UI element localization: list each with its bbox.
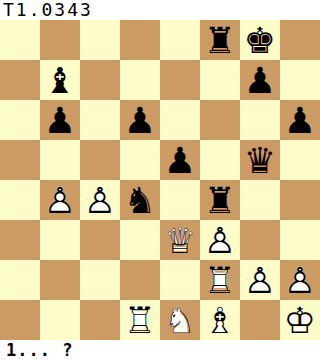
square-c6[interactable]: [80, 100, 120, 140]
black-knight-glyph: ♞: [120, 180, 160, 220]
square-f5[interactable]: [200, 140, 240, 180]
square-g4[interactable]: [240, 180, 280, 220]
white-rook-glyph: ♖: [120, 300, 160, 340]
square-g8[interactable]: ♚: [240, 20, 280, 60]
square-a2[interactable]: [0, 260, 40, 300]
piece-white-rook-f2[interactable]: ♜♖: [200, 260, 240, 300]
square-b3[interactable]: [40, 220, 80, 260]
square-g7[interactable]: ♟: [240, 60, 280, 100]
white-rook-glyph: ♖: [200, 260, 240, 300]
square-e4[interactable]: [160, 180, 200, 220]
square-f2[interactable]: ♜♖: [200, 260, 240, 300]
square-a1[interactable]: [0, 300, 40, 340]
piece-white-king-h1[interactable]: ♚♔: [280, 300, 320, 340]
square-h7[interactable]: [280, 60, 320, 100]
square-f6[interactable]: [200, 100, 240, 140]
piece-white-pawn-g2[interactable]: ♟♙: [240, 260, 280, 300]
square-g2[interactable]: ♟♙: [240, 260, 280, 300]
square-c8[interactable]: [80, 20, 120, 60]
piece-black-rook-f8[interactable]: ♜: [200, 20, 240, 60]
white-pawn-glyph: ♙: [240, 260, 280, 300]
black-rook-glyph: ♜: [200, 180, 240, 220]
square-b7[interactable]: ♝: [40, 60, 80, 100]
piece-black-pawn-d6[interactable]: ♟: [120, 100, 160, 140]
square-d2[interactable]: [120, 260, 160, 300]
black-queen-glyph: ♛: [240, 140, 280, 180]
square-a4[interactable]: [0, 180, 40, 220]
piece-white-bishop-f1[interactable]: ♝♗: [200, 300, 240, 340]
piece-black-bishop-b7[interactable]: ♝: [40, 60, 80, 100]
square-c4[interactable]: ♟♙: [80, 180, 120, 220]
white-bishop-glyph: ♗: [200, 300, 240, 340]
square-h4[interactable]: [280, 180, 320, 220]
piece-black-pawn-b6[interactable]: ♟: [40, 100, 80, 140]
square-c1[interactable]: [80, 300, 120, 340]
square-a3[interactable]: [0, 220, 40, 260]
square-e6[interactable]: [160, 100, 200, 140]
square-b2[interactable]: [40, 260, 80, 300]
square-d5[interactable]: [120, 140, 160, 180]
square-e1[interactable]: ♞♘: [160, 300, 200, 340]
square-f4[interactable]: ♜: [200, 180, 240, 220]
square-d3[interactable]: [120, 220, 160, 260]
piece-white-knight-e1[interactable]: ♞♘: [160, 300, 200, 340]
white-pawn-glyph: ♙: [80, 180, 120, 220]
square-b5[interactable]: [40, 140, 80, 180]
square-e8[interactable]: [160, 20, 200, 60]
square-g3[interactable]: [240, 220, 280, 260]
square-a8[interactable]: [0, 20, 40, 60]
piece-black-king-g8[interactable]: ♚: [240, 20, 280, 60]
square-h2[interactable]: ♟♙: [280, 260, 320, 300]
white-king-glyph: ♔: [280, 300, 320, 340]
piece-black-pawn-g7[interactable]: ♟: [240, 60, 280, 100]
black-pawn-glyph: ♟: [240, 60, 280, 100]
square-h1[interactable]: ♚♔: [280, 300, 320, 340]
square-e2[interactable]: [160, 260, 200, 300]
square-c2[interactable]: [80, 260, 120, 300]
chess-puzzle-window: T1.0343 ♜♚♝♟♟♟♟♟♛♟♙♟♙♞♜♛♕♟♙♜♖♟♙♟♙♜♖♞♘♝♗♚…: [0, 0, 320, 360]
piece-white-rook-d1[interactable]: ♜♖: [120, 300, 160, 340]
black-king-glyph: ♚: [240, 20, 280, 60]
square-d8[interactable]: [120, 20, 160, 60]
piece-white-queen-e3[interactable]: ♛♕: [160, 220, 200, 260]
piece-black-queen-g5[interactable]: ♛: [240, 140, 280, 180]
square-h6[interactable]: ♟: [280, 100, 320, 140]
square-d6[interactable]: ♟: [120, 100, 160, 140]
square-d4[interactable]: ♞: [120, 180, 160, 220]
square-g5[interactable]: ♛: [240, 140, 280, 180]
square-h5[interactable]: [280, 140, 320, 180]
square-e5[interactable]: ♟: [160, 140, 200, 180]
square-c5[interactable]: [80, 140, 120, 180]
piece-black-knight-d4[interactable]: ♞: [120, 180, 160, 220]
black-pawn-glyph: ♟: [280, 100, 320, 140]
square-d7[interactable]: [120, 60, 160, 100]
square-h8[interactable]: [280, 20, 320, 60]
black-rook-glyph: ♜: [200, 20, 240, 60]
square-c3[interactable]: [80, 220, 120, 260]
chess-board: ♜♚♝♟♟♟♟♟♛♟♙♟♙♞♜♛♕♟♙♜♖♟♙♟♙♜♖♞♘♝♗♚♔: [0, 20, 320, 340]
square-b1[interactable]: [40, 300, 80, 340]
piece-black-rook-f4[interactable]: ♜: [200, 180, 240, 220]
square-f7[interactable]: [200, 60, 240, 100]
square-a6[interactable]: [0, 100, 40, 140]
square-f8[interactable]: ♜: [200, 20, 240, 60]
piece-white-pawn-h2[interactable]: ♟♙: [280, 260, 320, 300]
piece-white-pawn-b4[interactable]: ♟♙: [40, 180, 80, 220]
piece-black-pawn-h6[interactable]: ♟: [280, 100, 320, 140]
square-g1[interactable]: [240, 300, 280, 340]
square-b8[interactable]: [40, 20, 80, 60]
white-pawn-glyph: ♙: [280, 260, 320, 300]
square-f3[interactable]: ♟♙: [200, 220, 240, 260]
square-a5[interactable]: [0, 140, 40, 180]
square-c7[interactable]: [80, 60, 120, 100]
square-d1[interactable]: ♜♖: [120, 300, 160, 340]
square-e3[interactable]: ♛♕: [160, 220, 200, 260]
square-a7[interactable]: [0, 60, 40, 100]
black-pawn-glyph: ♟: [120, 100, 160, 140]
square-f1[interactable]: ♝♗: [200, 300, 240, 340]
white-knight-glyph: ♘: [160, 300, 200, 340]
black-pawn-glyph: ♟: [40, 100, 80, 140]
square-g6[interactable]: [240, 100, 280, 140]
white-pawn-glyph: ♙: [200, 220, 240, 260]
square-e7[interactable]: [160, 60, 200, 100]
square-b4[interactable]: ♟♙: [40, 180, 80, 220]
piece-white-pawn-f3[interactable]: ♟♙: [200, 220, 240, 260]
move-prompt: 1... ?: [0, 340, 320, 360]
square-h3[interactable]: [280, 220, 320, 260]
black-bishop-glyph: ♝: [40, 60, 80, 100]
puzzle-id-label: T1.0343: [0, 0, 320, 20]
black-pawn-glyph: ♟: [160, 140, 200, 180]
piece-white-pawn-c4[interactable]: ♟♙: [80, 180, 120, 220]
white-pawn-glyph: ♙: [40, 180, 80, 220]
piece-black-pawn-e5[interactable]: ♟: [160, 140, 200, 180]
white-queen-glyph: ♕: [160, 220, 200, 260]
square-b6[interactable]: ♟: [40, 100, 80, 140]
